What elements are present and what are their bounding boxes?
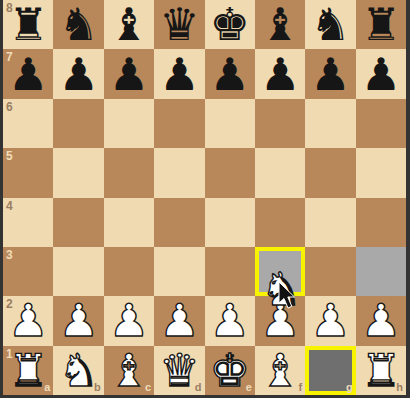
board-grid: ♜8♞♝♛♚♝♞♜♟7♟♟♟♟♟♟♟6543♟2♟♟♟♟♟♟♟♜1a♞b♝c♛d…: [3, 0, 406, 395]
square-f7[interactable]: ♟: [255, 49, 305, 98]
square-b8[interactable]: ♞: [53, 0, 103, 49]
square-d8[interactable]: ♛: [154, 0, 204, 49]
square-b3[interactable]: [53, 247, 103, 296]
square-d2[interactable]: ♟: [154, 296, 204, 345]
square-b5[interactable]: [53, 148, 103, 197]
square-g7[interactable]: ♟: [305, 49, 355, 98]
black-bishop[interactable]: ♝: [255, 0, 305, 49]
rank-label-3: 3: [6, 249, 13, 261]
black-pawn[interactable]: ♟: [104, 49, 154, 98]
white-rook[interactable]: ♜: [3, 346, 53, 395]
square-c1[interactable]: ♝c: [104, 346, 154, 395]
square-d5[interactable]: [154, 148, 204, 197]
white-rook[interactable]: ♜: [356, 346, 406, 395]
square-b2[interactable]: ♟: [53, 296, 103, 345]
square-c7[interactable]: ♟: [104, 49, 154, 98]
square-d3[interactable]: [154, 247, 204, 296]
chess-app: ♜8♞♝♛♚♝♞♜♟7♟♟♟♟♟♟♟6543♟2♟♟♟♟♟♟♟♜1a♞b♝c♛d…: [0, 0, 410, 402]
square-g1[interactable]: g: [305, 346, 355, 395]
black-pawn[interactable]: ♟: [356, 49, 406, 98]
square-h2[interactable]: ♟: [356, 296, 406, 345]
file-label-g: g: [346, 382, 353, 393]
black-pawn[interactable]: ♟: [154, 49, 204, 98]
black-rook[interactable]: ♜: [3, 0, 53, 49]
square-g4[interactable]: [305, 198, 355, 247]
square-a1[interactable]: ♜1a: [3, 346, 53, 395]
dragged-white-knight[interactable]: ♞: [256, 264, 306, 314]
square-f1[interactable]: ♝f: [255, 346, 305, 395]
white-pawn[interactable]: ♟: [305, 296, 355, 345]
square-a5[interactable]: 5: [3, 148, 53, 197]
square-e3[interactable]: [205, 247, 255, 296]
square-d4[interactable]: [154, 198, 204, 247]
square-e6[interactable]: [205, 99, 255, 148]
square-a8[interactable]: ♜8: [3, 0, 53, 49]
white-pawn[interactable]: ♟: [104, 296, 154, 345]
square-b1[interactable]: ♞b: [53, 346, 103, 395]
square-b4[interactable]: [53, 198, 103, 247]
square-e7[interactable]: ♟: [205, 49, 255, 98]
square-d7[interactable]: ♟: [154, 49, 204, 98]
square-d6[interactable]: [154, 99, 204, 148]
white-pawn[interactable]: ♟: [154, 296, 204, 345]
square-g8[interactable]: ♞: [305, 0, 355, 49]
white-pawn[interactable]: ♟: [53, 296, 103, 345]
square-h1[interactable]: ♜h: [356, 346, 406, 395]
square-h7[interactable]: ♟: [356, 49, 406, 98]
black-pawn[interactable]: ♟: [305, 49, 355, 98]
white-pawn[interactable]: ♟: [3, 296, 53, 345]
square-b7[interactable]: ♟: [53, 49, 103, 98]
square-b6[interactable]: [53, 99, 103, 148]
square-g5[interactable]: [305, 148, 355, 197]
rank-label-6: 6: [6, 101, 13, 113]
square-a6[interactable]: 6: [3, 99, 53, 148]
rank-label-5: 5: [6, 150, 13, 162]
white-queen[interactable]: ♛: [154, 346, 204, 395]
square-h4[interactable]: [356, 198, 406, 247]
white-bishop[interactable]: ♝: [104, 346, 154, 395]
square-h6[interactable]: [356, 99, 406, 148]
square-e8[interactable]: ♚: [205, 0, 255, 49]
white-king[interactable]: ♚: [205, 346, 255, 395]
white-knight[interactable]: ♞: [53, 346, 103, 395]
square-a3[interactable]: 3: [3, 247, 53, 296]
black-pawn[interactable]: ♟: [3, 49, 53, 98]
square-c5[interactable]: [104, 148, 154, 197]
square-g2[interactable]: ♟: [305, 296, 355, 345]
square-h5[interactable]: [356, 148, 406, 197]
square-g6[interactable]: [305, 99, 355, 148]
square-h8[interactable]: ♜: [356, 0, 406, 49]
square-e1[interactable]: ♚e: [205, 346, 255, 395]
square-a2[interactable]: ♟2: [3, 296, 53, 345]
white-bishop[interactable]: ♝: [255, 346, 305, 395]
chess-board: ♜8♞♝♛♚♝♞♜♟7♟♟♟♟♟♟♟6543♟2♟♟♟♟♟♟♟♜1a♞b♝c♛d…: [0, 0, 410, 398]
white-pawn[interactable]: ♟: [205, 296, 255, 345]
black-rook[interactable]: ♜: [356, 0, 406, 49]
square-f4[interactable]: [255, 198, 305, 247]
square-c6[interactable]: [104, 99, 154, 148]
square-c3[interactable]: [104, 247, 154, 296]
black-pawn[interactable]: ♟: [255, 49, 305, 98]
square-a4[interactable]: 4: [3, 198, 53, 247]
black-pawn[interactable]: ♟: [53, 49, 103, 98]
square-d1[interactable]: ♛d: [154, 346, 204, 395]
white-pawn[interactable]: ♟: [356, 296, 406, 345]
square-c4[interactable]: [104, 198, 154, 247]
square-e2[interactable]: ♟: [205, 296, 255, 345]
black-king[interactable]: ♚: [205, 0, 255, 49]
square-e4[interactable]: [205, 198, 255, 247]
square-e5[interactable]: [205, 148, 255, 197]
black-knight[interactable]: ♞: [53, 0, 103, 49]
square-c2[interactable]: ♟: [104, 296, 154, 345]
square-f5[interactable]: [255, 148, 305, 197]
square-a7[interactable]: ♟7: [3, 49, 53, 98]
square-c8[interactable]: ♝: [104, 0, 154, 49]
square-f6[interactable]: [255, 99, 305, 148]
rank-label-4: 4: [6, 200, 13, 212]
black-pawn[interactable]: ♟: [205, 49, 255, 98]
square-f8[interactable]: ♝: [255, 0, 305, 49]
square-h3[interactable]: [356, 247, 406, 296]
black-queen[interactable]: ♛: [154, 0, 204, 49]
black-knight[interactable]: ♞: [305, 0, 355, 49]
square-g3[interactable]: [305, 247, 355, 296]
black-bishop[interactable]: ♝: [104, 0, 154, 49]
